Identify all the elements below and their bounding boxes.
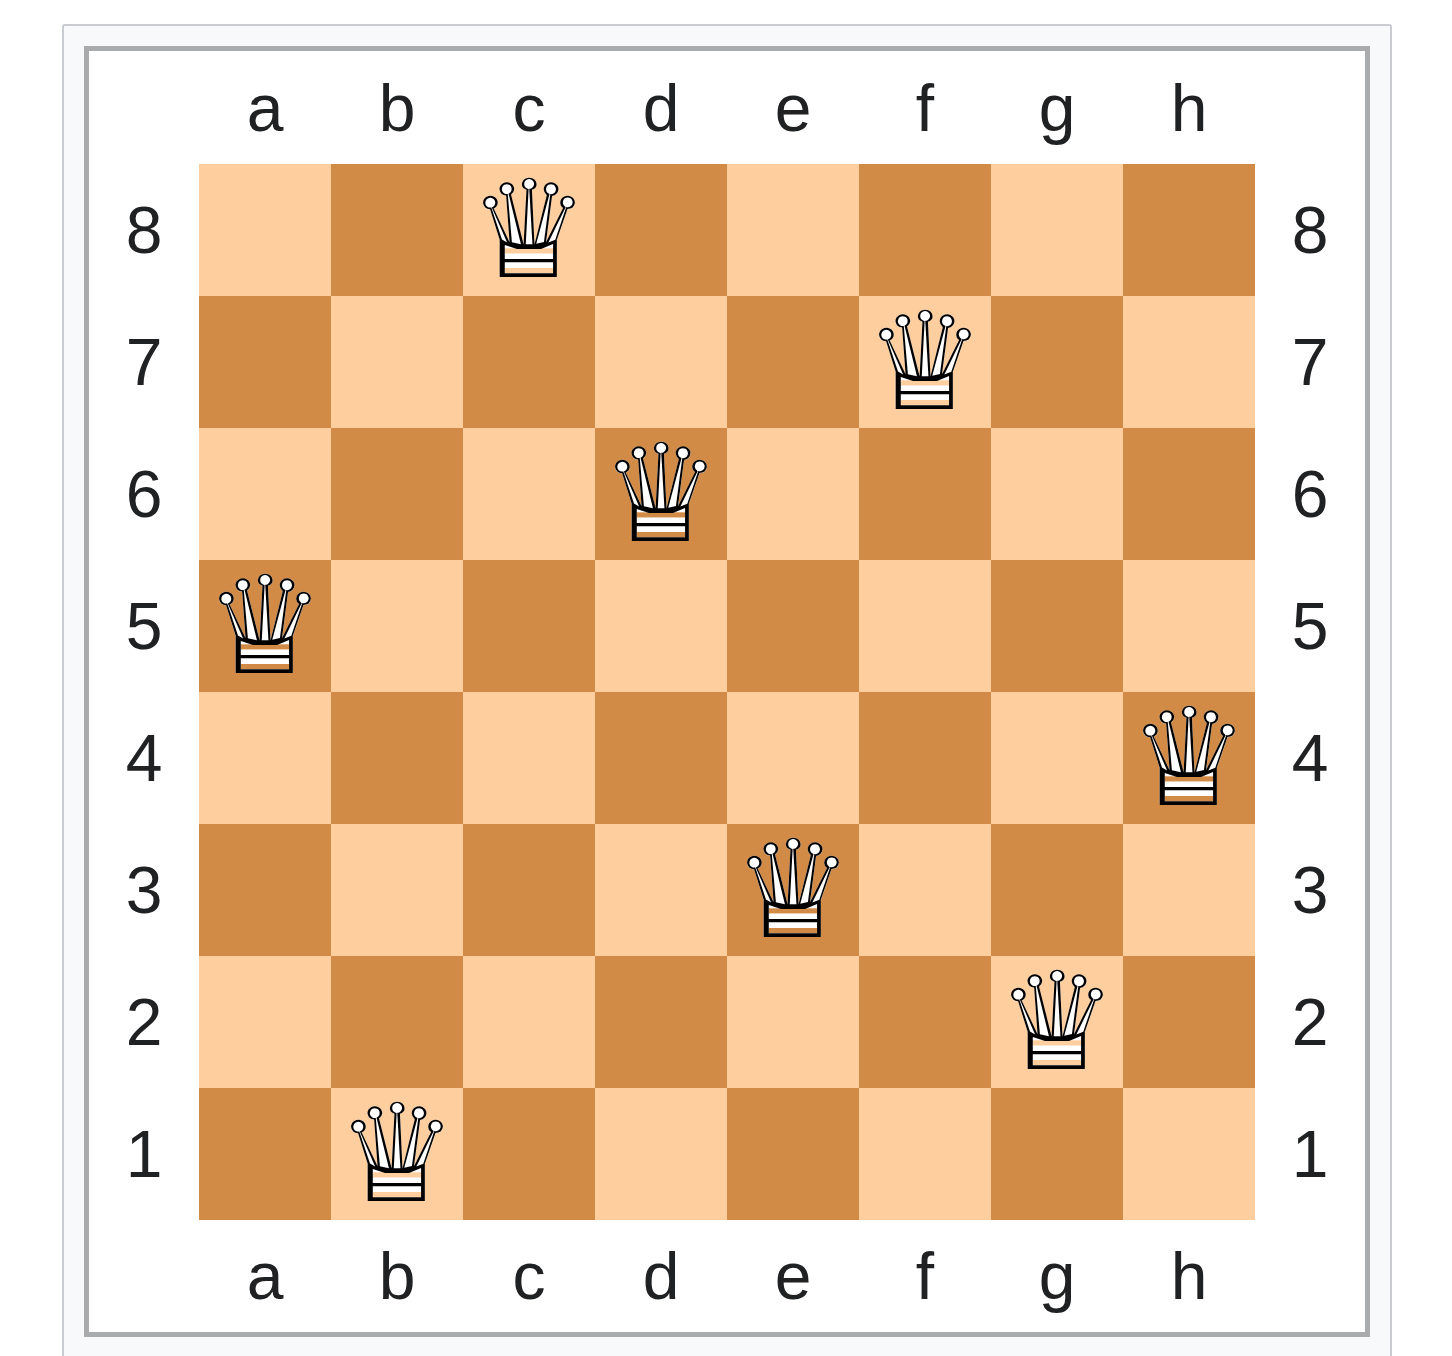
square-f8: [859, 164, 991, 296]
file-label-h-top: h: [1123, 52, 1255, 164]
square-c4: [463, 692, 595, 824]
square-h6: [1123, 428, 1255, 560]
rank-label-8-right: 8: [1255, 164, 1365, 296]
square-d6: ♛♕: [595, 428, 727, 560]
square-g3: [991, 824, 1123, 956]
square-b3: [331, 824, 463, 956]
square-e1: [727, 1088, 859, 1220]
square-b5: [331, 560, 463, 692]
white-queen: ♛♕: [859, 296, 991, 428]
square-e7: [727, 296, 859, 428]
square-d5: [595, 560, 727, 692]
rank-label-3-left: 3: [89, 824, 199, 956]
white-queen: ♛♕: [199, 560, 331, 692]
square-b8: [331, 164, 463, 296]
white-queen: ♛♕: [727, 824, 859, 956]
square-h1: [1123, 1088, 1255, 1220]
square-a2: [199, 956, 331, 1088]
square-h7: [1123, 296, 1255, 428]
square-b1: ♛♕: [331, 1088, 463, 1220]
file-label-c-top: c: [463, 52, 595, 164]
square-a1: [199, 1088, 331, 1220]
file-label-h-bottom: h: [1123, 1220, 1255, 1332]
square-d8: [595, 164, 727, 296]
rank-label-1-left: 1: [89, 1088, 199, 1220]
white-queen: ♛♕: [463, 164, 595, 296]
file-label-d-top: d: [595, 52, 727, 164]
rank-label-6-left: 6: [89, 428, 199, 560]
queen-outline-glyph: ♕: [991, 956, 1123, 1088]
rank-label-1-right: 1: [1255, 1088, 1365, 1220]
square-h5: [1123, 560, 1255, 692]
square-f4: [859, 692, 991, 824]
rank-label-2-right: 2: [1255, 956, 1365, 1088]
square-c7: [463, 296, 595, 428]
square-a7: [199, 296, 331, 428]
square-g5: [991, 560, 1123, 692]
square-g6: [991, 428, 1123, 560]
queen-outline-glyph: ♕: [727, 824, 859, 956]
queen-outline-glyph: ♕: [463, 164, 595, 296]
square-c1: [463, 1088, 595, 1220]
square-a6: [199, 428, 331, 560]
queen-outline-glyph: ♕: [595, 428, 727, 560]
white-queen: ♛♕: [991, 956, 1123, 1088]
square-f1: [859, 1088, 991, 1220]
square-c3: [463, 824, 595, 956]
queen-outline-glyph: ♕: [859, 296, 991, 428]
rank-label-7-right: 7: [1255, 296, 1365, 428]
square-d2: [595, 956, 727, 1088]
rank-label-4-right: 4: [1255, 692, 1365, 824]
rank-label-6-right: 6: [1255, 428, 1365, 560]
queen-outline-glyph: ♕: [1123, 692, 1255, 824]
rank-label-5-left: 5: [89, 560, 199, 692]
square-e3: ♛♕: [727, 824, 859, 956]
square-h2: [1123, 956, 1255, 1088]
square-a3: [199, 824, 331, 956]
square-d1: [595, 1088, 727, 1220]
square-g7: [991, 296, 1123, 428]
square-e6: [727, 428, 859, 560]
rank-label-4-left: 4: [89, 692, 199, 824]
file-label-g-bottom: g: [991, 1220, 1123, 1332]
square-g1: [991, 1088, 1123, 1220]
square-a8: [199, 164, 331, 296]
white-queen: ♛♕: [595, 428, 727, 560]
square-h4: ♛♕: [1123, 692, 1255, 824]
square-h3: [1123, 824, 1255, 956]
square-h8: [1123, 164, 1255, 296]
square-e4: [727, 692, 859, 824]
file-label-d-bottom: d: [595, 1220, 727, 1332]
square-b7: [331, 296, 463, 428]
file-label-f-top: f: [859, 52, 991, 164]
square-d3: [595, 824, 727, 956]
chessboard: abcdefgh8♛♕87♛♕76♛♕65♛♕54♛♕43♛♕32♛♕21♛♕1…: [89, 52, 1365, 1332]
corner-spacer: [89, 52, 199, 164]
corner-spacer: [89, 1220, 199, 1332]
file-label-a-bottom: a: [199, 1220, 331, 1332]
square-f6: [859, 428, 991, 560]
square-d7: [595, 296, 727, 428]
file-label-b-bottom: b: [331, 1220, 463, 1332]
white-queen: ♛♕: [331, 1088, 463, 1220]
queen-outline-glyph: ♕: [199, 560, 331, 692]
square-c6: [463, 428, 595, 560]
square-f3: [859, 824, 991, 956]
rank-label-5-right: 5: [1255, 560, 1365, 692]
rank-label-2-left: 2: [89, 956, 199, 1088]
queen-outline-glyph: ♕: [331, 1088, 463, 1220]
file-label-b-top: b: [331, 52, 463, 164]
file-label-e-top: e: [727, 52, 859, 164]
square-e8: [727, 164, 859, 296]
corner-spacer: [1255, 52, 1365, 164]
square-a4: [199, 692, 331, 824]
file-label-a-top: a: [199, 52, 331, 164]
square-a5: ♛♕: [199, 560, 331, 692]
square-e5: [727, 560, 859, 692]
square-d4: [595, 692, 727, 824]
rank-label-3-right: 3: [1255, 824, 1365, 956]
file-label-g-top: g: [991, 52, 1123, 164]
square-g8: [991, 164, 1123, 296]
file-label-e-bottom: e: [727, 1220, 859, 1332]
square-f5: [859, 560, 991, 692]
rank-label-7-left: 7: [89, 296, 199, 428]
square-b4: [331, 692, 463, 824]
corner-spacer: [1255, 1220, 1365, 1332]
file-label-c-bottom: c: [463, 1220, 595, 1332]
square-g2: ♛♕: [991, 956, 1123, 1088]
chess-diagram[interactable]: abcdefgh8♛♕87♛♕76♛♕65♛♕54♛♕43♛♕32♛♕21♛♕1…: [84, 46, 1370, 1337]
square-c8: ♛♕: [463, 164, 595, 296]
square-c5: [463, 560, 595, 692]
square-b2: [331, 956, 463, 1088]
image-thumbnail-frame: abcdefgh8♛♕87♛♕76♛♕65♛♕54♛♕43♛♕32♛♕21♛♕1…: [62, 24, 1392, 1356]
square-g4: [991, 692, 1123, 824]
rank-label-8-left: 8: [89, 164, 199, 296]
white-queen: ♛♕: [1123, 692, 1255, 824]
file-label-f-bottom: f: [859, 1220, 991, 1332]
square-e2: [727, 956, 859, 1088]
square-c2: [463, 956, 595, 1088]
square-f2: [859, 956, 991, 1088]
square-f7: ♛♕: [859, 296, 991, 428]
square-b6: [331, 428, 463, 560]
